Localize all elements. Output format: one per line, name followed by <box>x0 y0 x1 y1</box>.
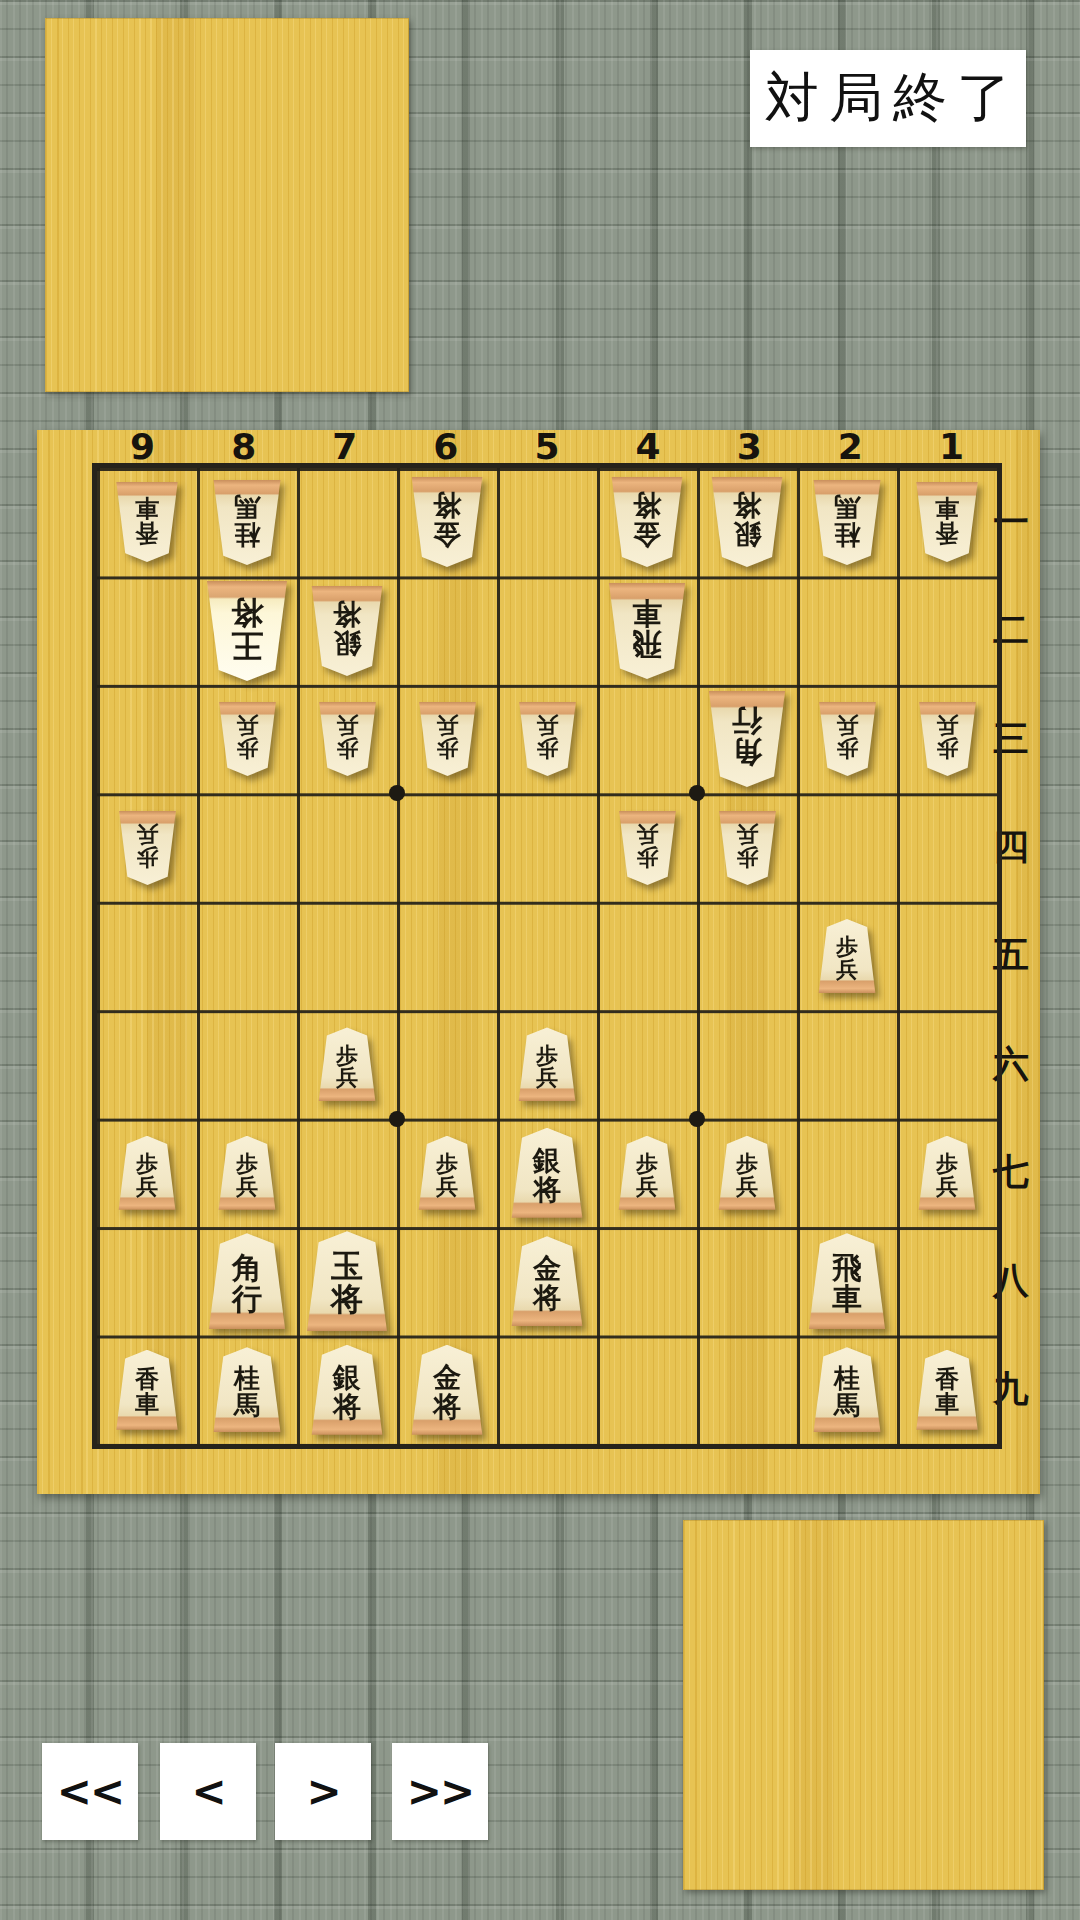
piece-銀将-79-sente[interactable]: 銀将 <box>309 1345 385 1435</box>
piece-kanji: 香車 <box>135 1367 159 1417</box>
piece-歩兵-76-sente[interactable]: 歩兵 <box>317 1027 378 1101</box>
piece-kanji: 桂馬 <box>234 1365 260 1419</box>
piece-歩兵-97-sente[interactable]: 歩兵 <box>117 1136 178 1210</box>
status-box: 対局終了 <box>750 50 1026 147</box>
captured-pieces-tray-sente <box>683 1520 1044 1890</box>
piece-金将-58-sente[interactable]: 金将 <box>509 1236 585 1326</box>
piece-kanji: 歩兵 <box>136 823 158 869</box>
column-label-5: 5 <box>496 432 597 462</box>
piece-歩兵-63-gote[interactable]: 歩兵 <box>417 702 478 776</box>
piece-kanji: 銀将 <box>333 600 361 658</box>
piece-kanji: 金将 <box>433 491 461 549</box>
piece-香車-99-sente[interactable]: 香車 <box>114 1350 180 1430</box>
column-label-9: 9 <box>92 432 193 462</box>
piece-kanji: 銀将 <box>533 1146 561 1204</box>
column-label-2: 2 <box>800 432 901 462</box>
piece-角行-33-gote[interactable]: 角行 <box>706 691 788 787</box>
column-label-6: 6 <box>395 432 496 462</box>
piece-kanji: 金将 <box>433 1363 461 1421</box>
piece-kanji: 金将 <box>533 1254 561 1312</box>
piece-歩兵-34-gote[interactable]: 歩兵 <box>717 811 778 885</box>
piece-金将-69-sente[interactable]: 金将 <box>409 1345 485 1435</box>
shogi-board: 9 8 7 6 5 4 3 2 1 一 二 三 四 五 六 七 八 九 香車桂馬… <box>37 430 1040 1494</box>
piece-kanji: 歩兵 <box>736 1152 758 1198</box>
star-point <box>689 785 705 801</box>
piece-飛車-42-gote[interactable]: 飛車 <box>606 583 688 679</box>
piece-kanji: 歩兵 <box>336 714 358 760</box>
piece-kanji: 歩兵 <box>436 1152 458 1198</box>
piece-歩兵-13-gote[interactable]: 歩兵 <box>917 702 978 776</box>
column-label-3: 3 <box>699 432 800 462</box>
piece-歩兵-87-sente[interactable]: 歩兵 <box>217 1136 278 1210</box>
piece-kanji: 桂馬 <box>834 493 860 547</box>
piece-kanji: 飛車 <box>832 1252 862 1314</box>
nav-last-move-button[interactable]: >> <box>392 1743 488 1840</box>
piece-飛車-28-sente[interactable]: 飛車 <box>806 1233 888 1329</box>
piece-歩兵-73-gote[interactable]: 歩兵 <box>317 702 378 776</box>
piece-銀将-31-gote[interactable]: 銀将 <box>709 477 785 567</box>
nav-next-move-button[interactable]: > <box>275 1743 371 1840</box>
piece-歩兵-83-gote[interactable]: 歩兵 <box>217 702 278 776</box>
piece-玉将-78-sente[interactable]: 玉将 <box>304 1231 390 1331</box>
piece-歩兵-56-sente[interactable]: 歩兵 <box>517 1027 578 1101</box>
piece-桂馬-21-gote[interactable]: 桂馬 <box>811 480 883 565</box>
piece-歩兵-23-gote[interactable]: 歩兵 <box>817 702 878 776</box>
piece-kanji: 角行 <box>232 1252 262 1314</box>
piece-kanji: 香車 <box>935 1367 959 1417</box>
piece-kanji: 歩兵 <box>936 714 958 760</box>
star-point <box>389 785 405 801</box>
piece-kanji: 銀将 <box>333 1363 361 1421</box>
piece-kanji: 桂馬 <box>234 493 260 547</box>
piece-歩兵-47-sente[interactable]: 歩兵 <box>617 1136 678 1210</box>
piece-kanji: 歩兵 <box>636 1152 658 1198</box>
piece-桂馬-89-sente[interactable]: 桂馬 <box>211 1347 283 1432</box>
piece-kanji: 歩兵 <box>936 1152 958 1198</box>
piece-歩兵-53-gote[interactable]: 歩兵 <box>517 702 578 776</box>
nav-prev-move-button[interactable]: < <box>160 1743 256 1840</box>
captured-pieces-tray-gote <box>45 18 409 392</box>
piece-銀将-57-sente[interactable]: 銀将 <box>509 1128 585 1218</box>
star-point <box>389 1111 405 1127</box>
piece-kanji: 歩兵 <box>536 714 558 760</box>
piece-歩兵-67-sente[interactable]: 歩兵 <box>417 1136 478 1210</box>
piece-桂馬-81-gote[interactable]: 桂馬 <box>211 480 283 565</box>
piece-銀将-72-gote[interactable]: 銀将 <box>309 586 385 676</box>
piece-kanji: 歩兵 <box>136 1152 158 1198</box>
piece-歩兵-17-sente[interactable]: 歩兵 <box>917 1136 978 1210</box>
piece-香車-11-gote[interactable]: 香車 <box>914 482 980 562</box>
piece-kanji: 歩兵 <box>836 714 858 760</box>
piece-kanji: 歩兵 <box>836 935 858 981</box>
piece-歩兵-25-sente[interactable]: 歩兵 <box>817 919 878 993</box>
piece-kanji: 飛車 <box>632 597 662 659</box>
piece-金将-41-gote[interactable]: 金将 <box>609 477 685 567</box>
piece-kanji: 歩兵 <box>336 1044 358 1090</box>
piece-kanji: 歩兵 <box>236 714 258 760</box>
piece-kanji: 金将 <box>633 491 661 549</box>
tatami-background: { "game": "shogi", "app": { "status_labe… <box>0 0 1080 1920</box>
piece-kanji: 王将 <box>231 595 263 662</box>
piece-kanji: 香車 <box>135 495 159 545</box>
column-labels: 9 8 7 6 5 4 3 2 1 <box>92 432 1002 462</box>
piece-歩兵-44-gote[interactable]: 歩兵 <box>617 811 678 885</box>
piece-kanji: 香車 <box>935 495 959 545</box>
column-label-4: 4 <box>598 432 699 462</box>
piece-kanji: 桂馬 <box>834 1365 860 1419</box>
piece-kanji: 歩兵 <box>536 1044 558 1090</box>
piece-桂馬-29-sente[interactable]: 桂馬 <box>811 1347 883 1432</box>
column-label-1: 1 <box>901 432 1002 462</box>
star-point <box>689 1111 705 1127</box>
piece-香車-91-gote[interactable]: 香車 <box>114 482 180 562</box>
shogi-board-grid[interactable]: 香車桂馬金将金将銀将桂馬香車王将銀将飛車歩兵歩兵歩兵歩兵角行歩兵歩兵歩兵歩兵歩兵… <box>92 463 1002 1449</box>
piece-kanji: 角行 <box>732 706 762 768</box>
status-label: 対局終了 <box>755 62 1021 135</box>
piece-kanji: 銀将 <box>733 491 761 549</box>
nav-first-move-button[interactable]: << <box>42 1743 138 1840</box>
piece-kanji: 玉将 <box>331 1250 363 1317</box>
piece-歩兵-37-sente[interactable]: 歩兵 <box>717 1136 778 1210</box>
piece-金将-61-gote[interactable]: 金将 <box>409 477 485 567</box>
piece-kanji: 歩兵 <box>236 1152 258 1198</box>
piece-角行-88-sente[interactable]: 角行 <box>206 1233 288 1329</box>
column-label-8: 8 <box>193 432 294 462</box>
piece-kanji: 歩兵 <box>736 823 758 869</box>
piece-香車-19-sente[interactable]: 香車 <box>914 1350 980 1430</box>
piece-kanji: 歩兵 <box>436 714 458 760</box>
piece-kanji: 歩兵 <box>636 823 658 869</box>
piece-歩兵-94-gote[interactable]: 歩兵 <box>117 811 178 885</box>
column-label-7: 7 <box>294 432 395 462</box>
piece-王将-82-gote[interactable]: 王将 <box>204 581 290 681</box>
